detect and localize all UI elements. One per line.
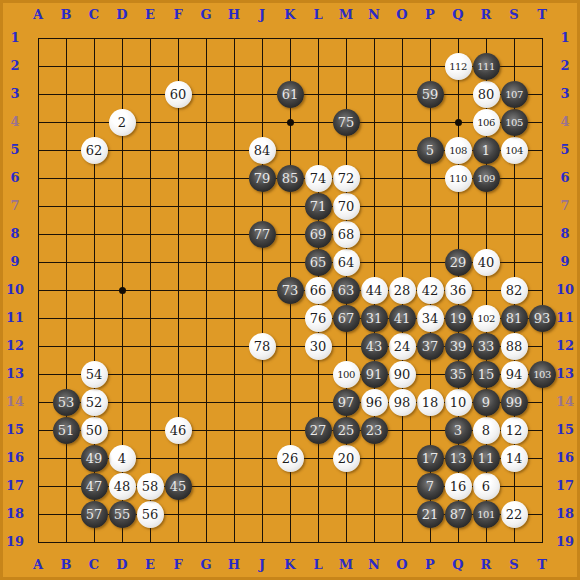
stone-white-s16: 14 bbox=[501, 445, 528, 472]
board-intersections[interactable]: 1234567891011121314151617181920212223242… bbox=[24, 24, 556, 556]
coord-label-bottom-c: C bbox=[84, 557, 104, 573]
coord-label-bottom-h: H bbox=[224, 557, 244, 573]
stone-white-q5: 108 bbox=[445, 137, 472, 164]
stone-white-f15: 46 bbox=[165, 417, 192, 444]
stone-black-k3: 61 bbox=[277, 81, 304, 108]
coord-label-top-h: H bbox=[224, 7, 244, 23]
stone-black-q15: 3 bbox=[445, 417, 472, 444]
stone-black-t11: 93 bbox=[529, 305, 556, 332]
stone-black-c16: 49 bbox=[81, 445, 108, 472]
stone-white-n10: 44 bbox=[361, 277, 388, 304]
coord-label-bottom-q: Q bbox=[448, 557, 468, 573]
stone-white-d16: 4 bbox=[109, 445, 136, 472]
stone-black-n11: 31 bbox=[361, 305, 388, 332]
stone-white-k16: 26 bbox=[277, 445, 304, 472]
stone-black-j8: 77 bbox=[249, 221, 276, 248]
stone-black-m15: 25 bbox=[333, 417, 360, 444]
coord-label-bottom-f: F bbox=[168, 557, 188, 573]
stone-white-p14: 18 bbox=[417, 389, 444, 416]
stone-white-c15: 50 bbox=[81, 417, 108, 444]
stone-black-l7: 71 bbox=[305, 193, 332, 220]
stone-white-q6: 110 bbox=[445, 165, 472, 192]
coord-label-bottom-t: T bbox=[532, 557, 552, 573]
stone-black-q12: 39 bbox=[445, 333, 472, 360]
coord-label-top-s: S bbox=[504, 7, 524, 23]
stone-black-m10: 63 bbox=[333, 277, 360, 304]
stone-white-q14: 10 bbox=[445, 389, 472, 416]
stone-black-t13: 103 bbox=[529, 361, 556, 388]
stone-white-s15: 12 bbox=[501, 417, 528, 444]
coord-label-bottom-l: L bbox=[308, 557, 328, 573]
stone-white-r17: 6 bbox=[473, 473, 500, 500]
stone-white-d17: 48 bbox=[109, 473, 136, 500]
stone-black-f17: 45 bbox=[165, 473, 192, 500]
stone-black-p12: 37 bbox=[417, 333, 444, 360]
stone-black-r18: 101 bbox=[473, 501, 500, 528]
stone-white-p11: 34 bbox=[417, 305, 444, 332]
stone-black-n13: 91 bbox=[361, 361, 388, 388]
stone-black-n15: 23 bbox=[361, 417, 388, 444]
stone-black-m11: 67 bbox=[333, 305, 360, 332]
stone-black-s4: 105 bbox=[501, 109, 528, 136]
stone-black-k10: 73 bbox=[277, 277, 304, 304]
stone-black-n12: 43 bbox=[361, 333, 388, 360]
stone-white-m8: 68 bbox=[333, 221, 360, 248]
stone-black-r16: 11 bbox=[473, 445, 500, 472]
stone-black-r6: 109 bbox=[473, 165, 500, 192]
coord-label-bottom-o: O bbox=[392, 557, 412, 573]
coord-label-top-b: B bbox=[56, 7, 76, 23]
stone-white-r3: 80 bbox=[473, 81, 500, 108]
coord-label-bottom-k: K bbox=[280, 557, 300, 573]
stone-black-r2: 111 bbox=[473, 53, 500, 80]
stone-black-k6: 85 bbox=[277, 165, 304, 192]
stone-black-l8: 69 bbox=[305, 221, 332, 248]
stone-white-o12: 24 bbox=[389, 333, 416, 360]
coord-label-top-l: L bbox=[308, 7, 328, 23]
stone-black-s3: 107 bbox=[501, 81, 528, 108]
stone-white-m7: 70 bbox=[333, 193, 360, 220]
stone-black-r12: 33 bbox=[473, 333, 500, 360]
stone-black-p16: 17 bbox=[417, 445, 444, 472]
coord-label-bottom-d: D bbox=[112, 557, 132, 573]
coord-label-top-q: Q bbox=[448, 7, 468, 23]
stone-black-b15: 51 bbox=[53, 417, 80, 444]
stone-white-q10: 36 bbox=[445, 277, 472, 304]
stone-black-b14: 53 bbox=[53, 389, 80, 416]
coord-label-top-p: P bbox=[420, 7, 440, 23]
stone-black-q11: 19 bbox=[445, 305, 472, 332]
stone-white-c5: 62 bbox=[81, 137, 108, 164]
coord-label-bottom-g: G bbox=[196, 557, 216, 573]
stone-black-r13: 15 bbox=[473, 361, 500, 388]
coord-label-top-e: E bbox=[140, 7, 160, 23]
stone-black-l15: 27 bbox=[305, 417, 332, 444]
stone-white-f3: 60 bbox=[165, 81, 192, 108]
stone-white-m16: 20 bbox=[333, 445, 360, 472]
stone-black-d18: 55 bbox=[109, 501, 136, 528]
stone-white-s13: 94 bbox=[501, 361, 528, 388]
stone-white-c14: 52 bbox=[81, 389, 108, 416]
stone-white-l10: 66 bbox=[305, 277, 332, 304]
coord-label-bottom-s: S bbox=[504, 557, 524, 573]
stone-white-s12: 88 bbox=[501, 333, 528, 360]
stone-white-n14: 96 bbox=[361, 389, 388, 416]
stone-white-d4: 2 bbox=[109, 109, 136, 136]
coord-label-bottom-r: R bbox=[476, 557, 496, 573]
stone-black-q16: 13 bbox=[445, 445, 472, 472]
stone-black-j6: 79 bbox=[249, 165, 276, 192]
stone-white-c13: 54 bbox=[81, 361, 108, 388]
stone-white-l12: 30 bbox=[305, 333, 332, 360]
coord-label-top-o: O bbox=[392, 7, 412, 23]
stone-black-m4: 75 bbox=[333, 109, 360, 136]
stone-black-r5: 1 bbox=[473, 137, 500, 164]
coord-label-top-c: C bbox=[84, 7, 104, 23]
coord-label-bottom-n: N bbox=[364, 557, 384, 573]
stone-white-o10: 28 bbox=[389, 277, 416, 304]
stone-black-q9: 29 bbox=[445, 249, 472, 276]
coord-label-top-a: A bbox=[28, 7, 48, 23]
stone-black-s14: 99 bbox=[501, 389, 528, 416]
coord-label-top-k: K bbox=[280, 7, 300, 23]
stone-black-p17: 7 bbox=[417, 473, 444, 500]
stone-white-q17: 16 bbox=[445, 473, 472, 500]
stone-black-c18: 57 bbox=[81, 501, 108, 528]
stone-black-p3: 59 bbox=[417, 81, 444, 108]
stone-white-j12: 78 bbox=[249, 333, 276, 360]
coord-label-top-f: F bbox=[168, 7, 188, 23]
stone-white-j5: 84 bbox=[249, 137, 276, 164]
stone-black-p5: 5 bbox=[417, 137, 444, 164]
stone-white-m13: 100 bbox=[333, 361, 360, 388]
stone-white-m6: 72 bbox=[333, 165, 360, 192]
stone-white-p10: 42 bbox=[417, 277, 444, 304]
stone-white-l6: 74 bbox=[305, 165, 332, 192]
coord-label-bottom-p: P bbox=[420, 557, 440, 573]
stone-black-s11: 81 bbox=[501, 305, 528, 332]
stone-white-r11: 102 bbox=[473, 305, 500, 332]
stone-black-o11: 41 bbox=[389, 305, 416, 332]
coord-label-top-t: T bbox=[532, 7, 552, 23]
coord-label-top-m: M bbox=[336, 7, 356, 23]
stone-white-s10: 82 bbox=[501, 277, 528, 304]
stone-black-p18: 21 bbox=[417, 501, 444, 528]
coord-label-bottom-a: A bbox=[28, 557, 48, 573]
stone-black-q18: 87 bbox=[445, 501, 472, 528]
stone-black-l9: 65 bbox=[305, 249, 332, 276]
stone-black-m14: 97 bbox=[333, 389, 360, 416]
stone-white-e18: 56 bbox=[137, 501, 164, 528]
coord-label-top-g: G bbox=[196, 7, 216, 23]
stone-white-s5: 104 bbox=[501, 137, 528, 164]
stone-black-r14: 9 bbox=[473, 389, 500, 416]
coord-label-bottom-m: M bbox=[336, 557, 356, 573]
coord-label-bottom-b: B bbox=[56, 557, 76, 573]
stone-white-e17: 58 bbox=[137, 473, 164, 500]
coord-label-top-j: J bbox=[252, 7, 272, 23]
coord-label-top-n: N bbox=[364, 7, 384, 23]
coord-label-top-r: R bbox=[476, 7, 496, 23]
stone-white-o13: 90 bbox=[389, 361, 416, 388]
stone-black-c17: 47 bbox=[81, 473, 108, 500]
stone-white-r4: 106 bbox=[473, 109, 500, 136]
stone-white-r15: 8 bbox=[473, 417, 500, 444]
coord-label-bottom-e: E bbox=[140, 557, 160, 573]
go-board: AABBCCDDEEFFGGHHJJKKLLMMNNOOPPQQRRSSTT11… bbox=[0, 0, 580, 580]
stone-white-q2: 112 bbox=[445, 53, 472, 80]
stone-white-l11: 76 bbox=[305, 305, 332, 332]
stone-white-o14: 98 bbox=[389, 389, 416, 416]
stone-white-s18: 22 bbox=[501, 501, 528, 528]
stone-white-r9: 40 bbox=[473, 249, 500, 276]
stone-black-q13: 35 bbox=[445, 361, 472, 388]
stone-white-m9: 64 bbox=[333, 249, 360, 276]
coord-label-top-d: D bbox=[112, 7, 132, 23]
coord-label-bottom-j: J bbox=[252, 557, 272, 573]
